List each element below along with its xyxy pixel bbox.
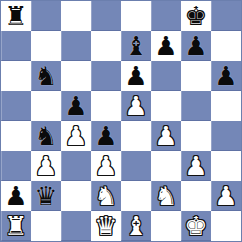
chess-board: ♜♚♝♟♟♞♟♟♟♟♞♟♟♟♟♟♟♟♛♞♞♟♜♛♝♚ bbox=[0, 0, 242, 242]
white-knight-piece: ♞ bbox=[94, 181, 117, 211]
square-a6[interactable] bbox=[1, 61, 31, 91]
square-c6[interactable] bbox=[61, 61, 91, 91]
square-b3[interactable]: ♟ bbox=[31, 151, 61, 181]
square-f1[interactable] bbox=[151, 211, 181, 241]
square-h8[interactable] bbox=[211, 1, 241, 31]
square-b1[interactable] bbox=[31, 211, 61, 241]
square-g6[interactable] bbox=[181, 61, 211, 91]
square-h2[interactable]: ♟ bbox=[211, 181, 241, 211]
square-e1[interactable]: ♝ bbox=[121, 211, 151, 241]
square-c7[interactable] bbox=[61, 31, 91, 61]
square-b8[interactable] bbox=[31, 1, 61, 31]
square-f3[interactable] bbox=[151, 151, 181, 181]
square-f6[interactable] bbox=[151, 61, 181, 91]
white-pawn-piece: ♟ bbox=[124, 91, 147, 121]
square-b6[interactable]: ♞ bbox=[31, 61, 61, 91]
square-f5[interactable] bbox=[151, 91, 181, 121]
square-a3[interactable] bbox=[1, 151, 31, 181]
square-a2[interactable]: ♟ bbox=[1, 181, 31, 211]
black-pawn-piece: ♟ bbox=[94, 121, 117, 151]
square-g3[interactable]: ♟ bbox=[181, 151, 211, 181]
square-a5[interactable] bbox=[1, 91, 31, 121]
square-b5[interactable] bbox=[31, 91, 61, 121]
square-h7[interactable] bbox=[211, 31, 241, 61]
square-c4[interactable]: ♟ bbox=[61, 121, 91, 151]
square-h6[interactable]: ♟ bbox=[211, 61, 241, 91]
square-f7[interactable]: ♟ bbox=[151, 31, 181, 61]
square-a4[interactable] bbox=[1, 121, 31, 151]
square-c5[interactable]: ♟ bbox=[61, 91, 91, 121]
black-pawn-piece: ♟ bbox=[154, 31, 177, 61]
square-g1[interactable]: ♚ bbox=[181, 211, 211, 241]
square-c8[interactable] bbox=[61, 1, 91, 31]
square-a1[interactable]: ♜ bbox=[1, 211, 31, 241]
white-king-piece: ♚ bbox=[184, 211, 207, 241]
square-b7[interactable] bbox=[31, 31, 61, 61]
black-pawn-piece: ♟ bbox=[64, 91, 87, 121]
black-knight-piece: ♞ bbox=[34, 61, 57, 91]
square-a8[interactable]: ♜ bbox=[1, 1, 31, 31]
square-d2[interactable]: ♞ bbox=[91, 181, 121, 211]
square-h3[interactable] bbox=[211, 151, 241, 181]
square-g7[interactable]: ♟ bbox=[181, 31, 211, 61]
square-e2[interactable] bbox=[121, 181, 151, 211]
black-queen-piece: ♛ bbox=[34, 181, 57, 211]
white-pawn-piece: ♟ bbox=[34, 151, 57, 181]
black-pawn-piece: ♟ bbox=[124, 61, 147, 91]
square-g8[interactable]: ♚ bbox=[181, 1, 211, 31]
square-d7[interactable] bbox=[91, 31, 121, 61]
square-e6[interactable]: ♟ bbox=[121, 61, 151, 91]
square-c3[interactable] bbox=[61, 151, 91, 181]
square-c2[interactable] bbox=[61, 181, 91, 211]
square-d8[interactable] bbox=[91, 1, 121, 31]
square-d1[interactable]: ♛ bbox=[91, 211, 121, 241]
white-queen-piece: ♛ bbox=[94, 211, 117, 241]
square-f4[interactable]: ♟ bbox=[151, 121, 181, 151]
square-e8[interactable] bbox=[121, 1, 151, 31]
square-e4[interactable] bbox=[121, 121, 151, 151]
square-d3[interactable]: ♟ bbox=[91, 151, 121, 181]
white-bishop-piece: ♝ bbox=[124, 211, 147, 241]
white-pawn-piece: ♟ bbox=[154, 121, 177, 151]
square-d4[interactable]: ♟ bbox=[91, 121, 121, 151]
black-pawn-piece: ♟ bbox=[214, 61, 237, 91]
square-f8[interactable] bbox=[151, 1, 181, 31]
black-pawn-piece: ♟ bbox=[184, 31, 207, 61]
black-king-piece: ♚ bbox=[184, 1, 207, 31]
square-d6[interactable] bbox=[91, 61, 121, 91]
square-b4[interactable]: ♞ bbox=[31, 121, 61, 151]
white-pawn-piece: ♟ bbox=[64, 121, 87, 151]
white-knight-piece: ♞ bbox=[154, 181, 177, 211]
square-f2[interactable]: ♞ bbox=[151, 181, 181, 211]
black-knight-piece: ♞ bbox=[34, 121, 57, 151]
chess-board-grid: ♜♚♝♟♟♞♟♟♟♟♞♟♟♟♟♟♟♟♛♞♞♟♜♛♝♚ bbox=[1, 1, 241, 241]
square-h5[interactable] bbox=[211, 91, 241, 121]
square-g4[interactable] bbox=[181, 121, 211, 151]
black-rook-piece: ♜ bbox=[4, 1, 27, 31]
square-e3[interactable] bbox=[121, 151, 151, 181]
square-e5[interactable]: ♟ bbox=[121, 91, 151, 121]
square-c1[interactable] bbox=[61, 211, 91, 241]
square-a7[interactable] bbox=[1, 31, 31, 61]
white-pawn-piece: ♟ bbox=[214, 181, 237, 211]
square-h4[interactable] bbox=[211, 121, 241, 151]
square-e7[interactable]: ♝ bbox=[121, 31, 151, 61]
square-g2[interactable] bbox=[181, 181, 211, 211]
square-b2[interactable]: ♛ bbox=[31, 181, 61, 211]
black-pawn-piece: ♟ bbox=[4, 181, 27, 211]
black-bishop-piece: ♝ bbox=[124, 31, 147, 61]
white-pawn-piece: ♟ bbox=[94, 151, 117, 181]
white-rook-piece: ♜ bbox=[4, 211, 27, 241]
white-pawn-piece: ♟ bbox=[184, 151, 207, 181]
square-g5[interactable] bbox=[181, 91, 211, 121]
square-d5[interactable] bbox=[91, 91, 121, 121]
square-h1[interactable] bbox=[211, 211, 241, 241]
